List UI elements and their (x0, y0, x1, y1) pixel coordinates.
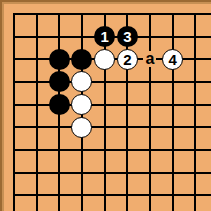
grid-line-horizontal (13, 104, 211, 106)
black-stone-move-3: 3 (117, 26, 138, 47)
black-stone (71, 49, 92, 70)
grid-line-vertical (36, 13, 38, 211)
grid-line-horizontal (13, 172, 211, 174)
white-stone (71, 94, 92, 115)
grid-line-vertical (13, 13, 15, 211)
grid-line-vertical (172, 13, 174, 211)
white-stone-move-2: 2 (117, 49, 138, 70)
black-stone-move-1: 1 (94, 26, 115, 47)
white-stone (71, 117, 92, 138)
grid-line-horizontal (13, 149, 211, 151)
go-board-diagram: a1324 (0, 0, 211, 211)
grid-line-horizontal (13, 194, 211, 196)
white-stone (71, 71, 92, 92)
white-stone (94, 49, 115, 70)
point-label-a: a (143, 51, 156, 67)
go-board: a1324 (2, 2, 211, 211)
black-stone (49, 49, 70, 70)
grid-line-horizontal (13, 126, 211, 128)
black-stone (49, 94, 70, 115)
grid-line-vertical (194, 13, 196, 211)
grid-line-horizontal (13, 81, 211, 83)
white-stone-move-4: 4 (162, 49, 183, 70)
grid-line-horizontal (13, 13, 211, 15)
black-stone (49, 71, 70, 92)
grid-line-vertical (149, 13, 151, 211)
